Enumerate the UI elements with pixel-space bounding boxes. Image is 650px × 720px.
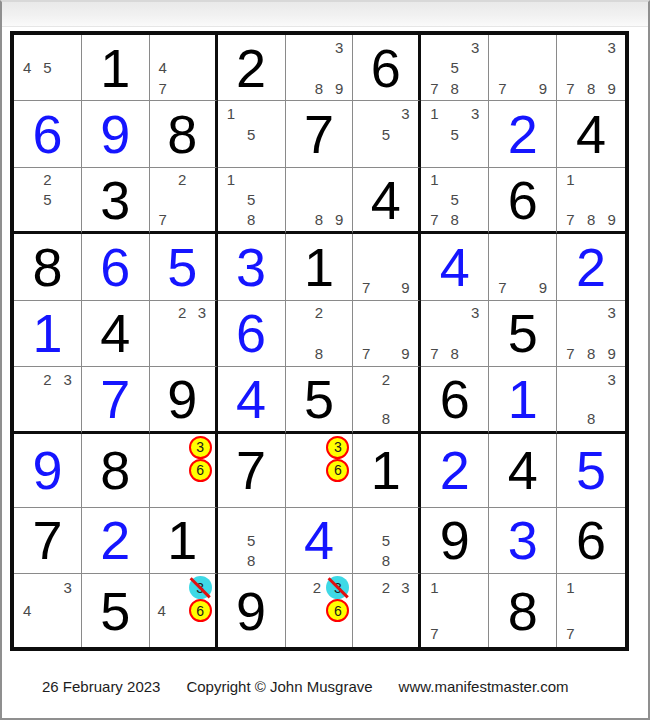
candidate-digit: 1 [227, 172, 235, 187]
candidate-5: 5 [376, 124, 396, 144]
candidate-9: 9 [601, 344, 622, 364]
candidate-7: 7 [560, 209, 581, 229]
candidate-4: 4 [153, 57, 173, 77]
given-digit: 4 [100, 306, 130, 360]
cell-r8c2: 2 [82, 508, 150, 574]
pencil-marks: 3578 [421, 35, 488, 100]
given-digit: 8 [32, 240, 62, 294]
candidate-5: 5 [241, 124, 261, 144]
cell-r4c7: 4 [421, 234, 489, 300]
solved-digit: 1 [32, 306, 62, 360]
candidate-4: 4 [153, 599, 171, 622]
candidate-6: 6 [326, 459, 349, 482]
cell-r8c6: 58 [353, 508, 421, 574]
solved-digit: 3 [236, 240, 266, 294]
candidate-8: 8 [309, 78, 329, 98]
cell-r2c6: 35 [353, 101, 421, 167]
candidate-digit: 5 [451, 60, 459, 75]
candidate-digit: 5 [451, 127, 459, 142]
pencil-marks: 79 [489, 234, 556, 299]
candidate-digit: 9 [401, 280, 409, 295]
cell-r1c7: 3578 [421, 35, 489, 101]
cell-r7c9: 5 [557, 434, 625, 508]
candidate-digit: 3 [64, 372, 72, 387]
candidate-digit: 8 [587, 411, 595, 426]
candidate-digit: 9 [608, 212, 616, 227]
pencil-marks: 158 [218, 168, 285, 231]
candidate-9: 9 [533, 78, 553, 98]
pencil-marks: 79 [489, 35, 556, 100]
candidate-3: 3 [465, 37, 485, 57]
candidate-7: 7 [560, 622, 581, 645]
candidate-digit: 7 [566, 81, 574, 96]
candidate-2: 2 [376, 369, 396, 389]
candidate-digit: 1 [430, 172, 438, 187]
candidate-digit: 8 [247, 212, 255, 227]
candidate-digit: 7 [158, 81, 166, 96]
given-digit: 1 [371, 443, 401, 497]
candidate-3: 3 [601, 369, 622, 389]
cell-r1c2: 1 [82, 35, 150, 101]
candidate-digit: 8 [382, 411, 390, 426]
candidate-digit: 7 [430, 212, 438, 227]
cell-r4c6: 79 [353, 234, 421, 300]
candidate-digit: 5 [382, 533, 390, 548]
candidate-digit: 8 [587, 81, 595, 96]
candidate-5: 5 [376, 530, 396, 550]
candidate-digit: 4 [158, 603, 166, 618]
cell-r6c9: 38 [557, 367, 625, 433]
cell-r5c5: 28 [286, 301, 354, 367]
pencil-marks: 58 [353, 508, 418, 573]
candidate-digit: 8 [315, 346, 323, 361]
candidate-3: 3 [329, 37, 349, 57]
cell-r4c3: 5 [150, 234, 218, 300]
cell-r7c5: 36 [286, 434, 354, 508]
cell-r6c7: 6 [421, 367, 489, 433]
cell-r1c4: 2 [218, 35, 286, 101]
solved-digit: 2 [440, 443, 470, 497]
candidate-digit: 3 [198, 305, 206, 320]
candidate-digit: 7 [566, 212, 574, 227]
pencil-marks: 135 [421, 101, 488, 166]
cell-r4c4: 3 [218, 234, 286, 300]
candidate-4: 4 [17, 57, 37, 77]
candidate-8: 8 [581, 409, 602, 429]
candidate-highlight-yellow-circle: 6 [326, 599, 349, 622]
pencil-marks: 3789 [557, 35, 625, 100]
candidate-digit: 3 [608, 372, 616, 387]
candidate-digit: 8 [451, 81, 459, 96]
candidate-9: 9 [329, 78, 349, 98]
pencil-marks: 23 [353, 574, 418, 647]
pencil-marks: 236 [286, 574, 353, 647]
cell-r9c6: 23 [353, 574, 421, 647]
cell-r7c4: 7 [218, 434, 286, 508]
candidate-8: 8 [309, 344, 329, 364]
page: 4514723896357879378969815735135242532715… [0, 0, 650, 720]
candidate-8: 8 [376, 409, 396, 429]
cell-r9c2: 5 [82, 574, 150, 647]
candidate-digit: 1 [430, 106, 438, 121]
cell-r4c9: 2 [557, 234, 625, 300]
cell-r6c2: 7 [82, 367, 150, 433]
cell-r4c2: 6 [82, 234, 150, 300]
candidate-8: 8 [309, 209, 329, 229]
candidate-7: 7 [492, 277, 512, 297]
cell-r8c4: 58 [218, 508, 286, 574]
candidate-3: 3 [601, 37, 622, 57]
cell-r9c7: 17 [421, 574, 489, 647]
cell-r3c9: 1789 [557, 168, 625, 234]
given-digit: 6 [371, 41, 401, 95]
cell-r6c3: 9 [150, 367, 218, 433]
cell-r9c1: 34 [14, 574, 82, 647]
candidate-5: 5 [37, 190, 57, 210]
pencil-marks: 36 [150, 434, 215, 507]
pencil-marks: 1578 [421, 168, 488, 231]
candidate-digit: 2 [382, 372, 390, 387]
cell-r9c3: 346 [150, 574, 218, 647]
pencil-marks: 17 [421, 574, 488, 647]
cell-r2c7: 135 [421, 101, 489, 167]
candidate-digit: 7 [430, 626, 438, 641]
given-digit: 3 [100, 173, 130, 227]
pencil-marks: 27 [150, 168, 215, 231]
candidate-3: 3 [326, 576, 349, 599]
candidate-3: 3 [396, 576, 416, 599]
candidate-3: 3 [396, 103, 416, 123]
candidate-digit: 2 [178, 172, 186, 187]
candidate-digit: 9 [539, 81, 547, 96]
candidate-9: 9 [396, 344, 416, 364]
cell-r2c1: 6 [14, 101, 82, 167]
candidate-digit: 2 [382, 580, 390, 595]
solved-digit: 6 [32, 107, 62, 161]
cell-r7c6: 1 [353, 434, 421, 508]
candidate-digit: 8 [587, 212, 595, 227]
given-digit: 4 [576, 107, 606, 161]
pencil-marks: 15 [218, 101, 285, 166]
candidate-3: 3 [601, 303, 622, 323]
candidate-9: 9 [601, 209, 622, 229]
cell-r9c5: 236 [286, 574, 354, 647]
cell-r3c2: 3 [82, 168, 150, 234]
candidate-5: 5 [37, 57, 57, 77]
candidate-digit: 8 [315, 81, 323, 96]
candidate-digit: 1 [566, 580, 574, 595]
solved-digit: 9 [32, 443, 62, 497]
candidate-1: 1 [424, 170, 444, 190]
given-digit: 9 [236, 584, 266, 638]
given-digit: 7 [304, 107, 334, 161]
candidate-8: 8 [581, 78, 602, 98]
given-digit: 4 [371, 173, 401, 227]
pencil-marks: 25 [14, 168, 81, 231]
candidate-digit: 7 [362, 346, 370, 361]
candidate-digit: 9 [608, 346, 616, 361]
given-digit: 4 [508, 443, 538, 497]
candidate-digit: 8 [451, 212, 459, 227]
candidate-3: 3 [192, 303, 212, 323]
cell-r3c8: 6 [489, 168, 557, 234]
candidate-digit: 7 [498, 280, 506, 295]
given-digit: 8 [508, 584, 538, 638]
candidate-digit: 8 [382, 553, 390, 568]
cell-r6c6: 28 [353, 367, 421, 433]
cell-r3c5: 89 [286, 168, 354, 234]
cell-r3c3: 27 [150, 168, 218, 234]
solved-digit: 2 [508, 107, 538, 161]
candidate-7: 7 [356, 344, 376, 364]
cell-r6c1: 23 [14, 367, 82, 433]
cell-r1c5: 389 [286, 35, 354, 101]
given-digit: 1 [304, 240, 334, 294]
candidate-1: 1 [221, 103, 241, 123]
candidate-7: 7 [153, 78, 173, 98]
given-digit: 6 [440, 372, 470, 426]
candidate-digit: 7 [566, 346, 574, 361]
candidate-2: 2 [376, 576, 396, 599]
footer: 26 February 2023 Copyright © John Musgra… [42, 678, 569, 695]
pencil-marks: 79 [353, 234, 418, 299]
candidate-7: 7 [424, 622, 444, 645]
candidate-digit: 3 [608, 305, 616, 320]
cell-r4c5: 1 [286, 234, 354, 300]
candidate-digit: 8 [315, 212, 323, 227]
candidate-3: 3 [189, 436, 212, 459]
candidate-digit: 3 [608, 40, 616, 55]
cell-r8c3: 1 [150, 508, 218, 574]
cell-r2c2: 9 [82, 101, 150, 167]
pencil-marks: 58 [218, 508, 285, 573]
cell-r1c3: 47 [150, 35, 218, 101]
candidate-digit: 9 [335, 81, 343, 96]
candidate-7: 7 [424, 209, 444, 229]
candidate-8: 8 [445, 344, 465, 364]
cell-r7c2: 8 [82, 434, 150, 508]
cell-r6c8: 1 [489, 367, 557, 433]
cell-r9c9: 17 [557, 574, 625, 647]
candidate-digit: 7 [498, 81, 506, 96]
cell-r7c8: 4 [489, 434, 557, 508]
candidate-digit: 5 [382, 127, 390, 142]
candidate-digit: 3 [401, 580, 409, 595]
cell-r2c5: 7 [286, 101, 354, 167]
candidate-digit: 3 [471, 106, 479, 121]
pencil-marks: 1789 [557, 168, 625, 231]
candidate-digit: 8 [247, 553, 255, 568]
cell-r1c1: 45 [14, 35, 82, 101]
candidate-digit: 3 [64, 580, 72, 595]
solved-digit: 4 [236, 372, 266, 426]
candidate-5: 5 [445, 190, 465, 210]
candidate-digit: 7 [362, 280, 370, 295]
cell-r8c7: 9 [421, 508, 489, 574]
candidate-highlight-yellow-circle: 3 [326, 436, 349, 459]
candidate-7: 7 [153, 209, 173, 229]
candidate-highlight-yellow-circle: 3 [189, 436, 212, 459]
candidate-digit: 2 [178, 305, 186, 320]
solved-digit: 5 [576, 443, 606, 497]
candidate-9: 9 [601, 78, 622, 98]
solved-digit: 9 [100, 107, 130, 161]
cell-r8c9: 6 [557, 508, 625, 574]
given-digit: 6 [576, 513, 606, 567]
candidate-digit: 7 [430, 346, 438, 361]
candidate-digit: 7 [566, 626, 574, 641]
candidate-eliminated-cyan-slash: 3 [189, 576, 212, 599]
candidate-1: 1 [560, 576, 581, 599]
cell-r4c1: 8 [14, 234, 82, 300]
cell-r3c6: 4 [353, 168, 421, 234]
cell-r2c8: 2 [489, 101, 557, 167]
candidate-7: 7 [560, 344, 581, 364]
cell-r6c4: 4 [218, 367, 286, 433]
candidate-highlight-yellow-circle: 6 [189, 599, 212, 622]
candidate-2: 2 [307, 576, 326, 599]
cell-r5c3: 23 [150, 301, 218, 367]
candidate-9: 9 [329, 209, 349, 229]
pencil-marks: 89 [286, 168, 353, 231]
cell-r5c4: 6 [218, 301, 286, 367]
cell-r1c8: 79 [489, 35, 557, 101]
candidate-9: 9 [533, 277, 553, 297]
candidate-8: 8 [581, 344, 602, 364]
solved-digit: 2 [100, 513, 130, 567]
candidate-2: 2 [172, 170, 192, 190]
candidate-2: 2 [309, 303, 329, 323]
candidate-digit: 1 [430, 580, 438, 595]
solved-digit: 6 [100, 240, 130, 294]
candidate-1: 1 [221, 170, 241, 190]
pencil-marks: 17 [557, 574, 625, 647]
candidate-2: 2 [37, 369, 57, 389]
candidate-8: 8 [241, 551, 261, 571]
candidate-5: 5 [241, 190, 261, 210]
candidate-4: 4 [17, 599, 37, 622]
candidate-7: 7 [560, 78, 581, 98]
candidate-1: 1 [424, 103, 444, 123]
candidate-8: 8 [445, 78, 465, 98]
candidate-digit: 3 [471, 305, 479, 320]
candidate-digit: 2 [43, 372, 51, 387]
candidate-digit: 9 [539, 280, 547, 295]
candidate-digit: 9 [608, 81, 616, 96]
candidate-digit: 5 [43, 192, 51, 207]
candidate-digit: 9 [335, 212, 343, 227]
cell-r1c6: 6 [353, 35, 421, 101]
candidate-digit: 7 [430, 81, 438, 96]
cell-r7c1: 9 [14, 434, 82, 508]
candidate-7: 7 [356, 277, 376, 297]
candidate-digit: 5 [247, 192, 255, 207]
candidate-digit: 7 [158, 212, 166, 227]
candidate-7: 7 [424, 344, 444, 364]
candidate-digit: 5 [43, 60, 51, 75]
cell-r4c8: 79 [489, 234, 557, 300]
pencil-marks: 23 [150, 301, 215, 366]
cell-r2c4: 15 [218, 101, 286, 167]
solved-digit: 7 [100, 372, 130, 426]
solved-digit: 6 [236, 306, 266, 360]
candidate-2: 2 [37, 170, 57, 190]
candidate-8: 8 [445, 209, 465, 229]
given-digit: 8 [167, 107, 197, 161]
pencil-marks: 346 [150, 574, 215, 647]
candidate-digit: 3 [401, 106, 409, 121]
cell-r8c5: 4 [286, 508, 354, 574]
candidate-3: 3 [465, 103, 485, 123]
given-digit: 1 [167, 513, 197, 567]
given-digit: 5 [100, 584, 130, 638]
solved-digit: 4 [440, 240, 470, 294]
footer-website-link[interactable]: www.manifestmaster.com [399, 678, 569, 695]
candidate-8: 8 [241, 209, 261, 229]
candidate-digit: 5 [451, 192, 459, 207]
pencil-marks: 3789 [557, 301, 625, 366]
candidate-digit: 3 [471, 40, 479, 55]
candidate-digit: 5 [247, 533, 255, 548]
cell-r8c1: 7 [14, 508, 82, 574]
cell-r2c9: 4 [557, 101, 625, 167]
cell-r5c1: 1 [14, 301, 82, 367]
cell-r9c4: 9 [218, 574, 286, 647]
cell-r8c8: 3 [489, 508, 557, 574]
cell-r5c2: 4 [82, 301, 150, 367]
solved-digit: 1 [508, 372, 538, 426]
given-digit: 7 [32, 513, 62, 567]
candidate-digit: 1 [566, 172, 574, 187]
window-titlebar [2, 2, 648, 27]
candidate-5: 5 [445, 57, 465, 77]
candidate-digit: 2 [315, 305, 323, 320]
candidate-digit: 5 [247, 127, 255, 142]
pencil-marks: 45 [14, 35, 81, 100]
candidate-digit: 2 [313, 580, 321, 595]
candidate-digit: 9 [401, 346, 409, 361]
cell-r3c7: 1578 [421, 168, 489, 234]
candidate-1: 1 [424, 576, 444, 599]
given-digit: 9 [167, 372, 197, 426]
solved-digit: 4 [304, 513, 334, 567]
footer-date: 26 February 2023 [42, 678, 160, 695]
candidate-3: 3 [465, 303, 485, 323]
pencil-marks: 28 [353, 367, 418, 430]
candidate-6: 6 [189, 599, 212, 622]
solved-digit: 3 [508, 513, 538, 567]
given-digit: 2 [236, 41, 266, 95]
candidate-8: 8 [581, 209, 602, 229]
given-digit: 7 [236, 443, 266, 497]
given-digit: 1 [100, 41, 130, 95]
pencil-marks: 23 [14, 367, 81, 430]
cell-r6c5: 5 [286, 367, 354, 433]
candidate-digit: 3 [335, 40, 343, 55]
candidate-7: 7 [424, 78, 444, 98]
candidate-3: 3 [189, 576, 212, 599]
given-digit: 9 [440, 513, 470, 567]
candidate-7: 7 [492, 78, 512, 98]
candidate-highlight-yellow-circle: 6 [326, 459, 349, 482]
candidate-digit: 2 [43, 172, 51, 187]
pencil-marks: 36 [286, 434, 353, 507]
cell-r3c4: 158 [218, 168, 286, 234]
sudoku-board: 4514723896357879378969815735135242532715… [10, 31, 629, 651]
pencil-marks: 389 [286, 35, 353, 100]
pencil-marks: 34 [14, 574, 81, 647]
pencil-marks: 79 [353, 301, 418, 366]
